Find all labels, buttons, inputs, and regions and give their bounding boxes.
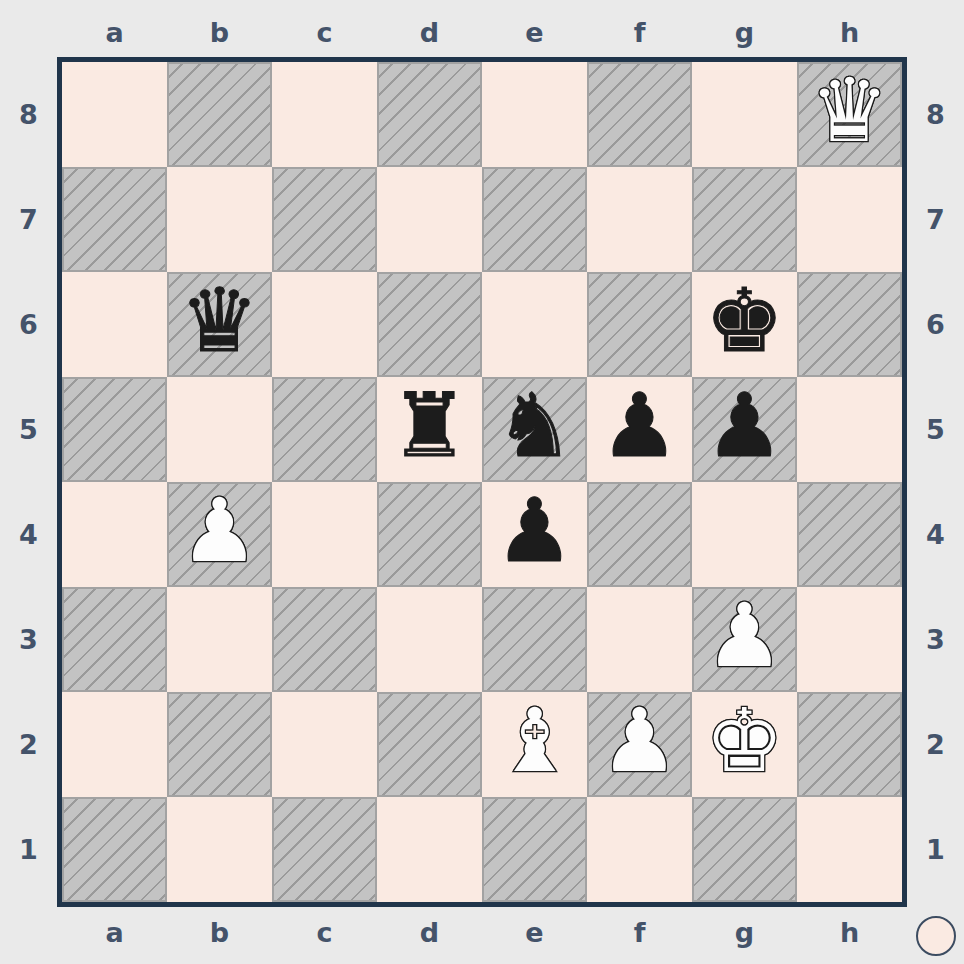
square-b6[interactable]: ♛ xyxy=(167,272,272,377)
square-a3[interactable] xyxy=(62,587,167,692)
file-label-c: c xyxy=(272,12,377,52)
square-e2[interactable]: ♝ xyxy=(482,692,587,797)
square-d8[interactable] xyxy=(377,62,482,167)
rank-label-4: 4 xyxy=(0,482,57,587)
square-a4[interactable] xyxy=(62,482,167,587)
rank-label-8: 8 xyxy=(907,62,964,167)
file-label-e: e xyxy=(482,912,587,952)
square-f6[interactable] xyxy=(587,272,692,377)
file-label-c: c xyxy=(272,912,377,952)
square-h5[interactable] xyxy=(797,377,902,482)
square-e3[interactable] xyxy=(482,587,587,692)
square-d3[interactable] xyxy=(377,587,482,692)
side-to-move-indicator xyxy=(916,916,956,956)
square-d2[interactable] xyxy=(377,692,482,797)
square-f5[interactable]: ♟ xyxy=(587,377,692,482)
file-label-b: b xyxy=(167,12,272,52)
square-g8[interactable] xyxy=(692,62,797,167)
square-b8[interactable] xyxy=(167,62,272,167)
square-h7[interactable] xyxy=(797,167,902,272)
file-label-f: f xyxy=(587,912,692,952)
square-g3[interactable]: ♟ xyxy=(692,587,797,692)
file-label-h: h xyxy=(797,912,902,952)
square-b2[interactable] xyxy=(167,692,272,797)
square-b1[interactable] xyxy=(167,797,272,902)
black-queen-b6[interactable]: ♛ xyxy=(180,277,259,365)
rank-label-6: 6 xyxy=(0,272,57,377)
rank-labels-right: 87654321 xyxy=(907,62,964,902)
rank-label-5: 5 xyxy=(907,377,964,482)
rank-label-1: 1 xyxy=(0,797,57,902)
square-h2[interactable] xyxy=(797,692,902,797)
file-label-e: e xyxy=(482,12,587,52)
square-e8[interactable] xyxy=(482,62,587,167)
square-e6[interactable] xyxy=(482,272,587,377)
square-h6[interactable] xyxy=(797,272,902,377)
square-a8[interactable] xyxy=(62,62,167,167)
square-g1[interactable] xyxy=(692,797,797,902)
chess-diagram-page: abcdefgh 87654321 87654321 abcdefgh ♛♛♚♜… xyxy=(0,0,964,964)
white-king-g2[interactable]: ♚ xyxy=(705,697,784,785)
white-queen-h8[interactable]: ♛ xyxy=(810,67,889,155)
square-h4[interactable] xyxy=(797,482,902,587)
white-bishop-e2[interactable]: ♝ xyxy=(495,697,574,785)
square-a2[interactable] xyxy=(62,692,167,797)
rank-label-7: 7 xyxy=(907,167,964,272)
rank-label-6: 6 xyxy=(907,272,964,377)
square-a1[interactable] xyxy=(62,797,167,902)
file-labels-bottom: abcdefgh xyxy=(62,912,902,952)
file-label-g: g xyxy=(692,12,797,52)
rank-label-5: 5 xyxy=(0,377,57,482)
square-g2[interactable]: ♚ xyxy=(692,692,797,797)
square-b4[interactable]: ♟ xyxy=(167,482,272,587)
square-g7[interactable] xyxy=(692,167,797,272)
square-g5[interactable]: ♟ xyxy=(692,377,797,482)
square-g6[interactable]: ♚ xyxy=(692,272,797,377)
black-rook-d5[interactable]: ♜ xyxy=(390,382,469,470)
square-g4[interactable] xyxy=(692,482,797,587)
square-a5[interactable] xyxy=(62,377,167,482)
white-pawn-g3[interactable]: ♟ xyxy=(705,592,784,680)
rank-label-3: 3 xyxy=(0,587,57,692)
square-f8[interactable] xyxy=(587,62,692,167)
black-pawn-g5[interactable]: ♟ xyxy=(705,382,784,470)
square-b3[interactable] xyxy=(167,587,272,692)
chess-board: ♛♛♚♜♞♟♟♟♟♟♝♟♚ xyxy=(57,57,907,907)
square-e1[interactable] xyxy=(482,797,587,902)
square-d6[interactable] xyxy=(377,272,482,377)
square-d1[interactable] xyxy=(377,797,482,902)
square-d5[interactable]: ♜ xyxy=(377,377,482,482)
file-label-g: g xyxy=(692,912,797,952)
square-f3[interactable] xyxy=(587,587,692,692)
square-e4[interactable]: ♟ xyxy=(482,482,587,587)
rank-label-8: 8 xyxy=(0,62,57,167)
square-b7[interactable] xyxy=(167,167,272,272)
square-c5[interactable] xyxy=(272,377,377,482)
rank-labels-left: 87654321 xyxy=(0,62,57,902)
black-pawn-e4[interactable]: ♟ xyxy=(495,487,574,575)
square-b5[interactable] xyxy=(167,377,272,482)
square-f7[interactable] xyxy=(587,167,692,272)
black-pawn-f5[interactable]: ♟ xyxy=(600,382,679,470)
square-d4[interactable] xyxy=(377,482,482,587)
square-c8[interactable] xyxy=(272,62,377,167)
file-label-f: f xyxy=(587,12,692,52)
file-label-d: d xyxy=(377,12,482,52)
rank-label-7: 7 xyxy=(0,167,57,272)
square-c2[interactable] xyxy=(272,692,377,797)
rank-label-3: 3 xyxy=(907,587,964,692)
square-a7[interactable] xyxy=(62,167,167,272)
rank-label-1: 1 xyxy=(907,797,964,902)
file-label-d: d xyxy=(377,912,482,952)
square-h1[interactable] xyxy=(797,797,902,902)
white-pawn-b4[interactable]: ♟ xyxy=(180,487,259,575)
square-c4[interactable] xyxy=(272,482,377,587)
square-a6[interactable] xyxy=(62,272,167,377)
square-e7[interactable] xyxy=(482,167,587,272)
rank-label-2: 2 xyxy=(0,692,57,797)
file-label-b: b xyxy=(167,912,272,952)
square-h3[interactable] xyxy=(797,587,902,692)
square-d7[interactable] xyxy=(377,167,482,272)
square-e5[interactable]: ♞ xyxy=(482,377,587,482)
rank-label-2: 2 xyxy=(907,692,964,797)
square-h8[interactable]: ♛ xyxy=(797,62,902,167)
square-c1[interactable] xyxy=(272,797,377,902)
square-c7[interactable] xyxy=(272,167,377,272)
file-labels-top: abcdefgh xyxy=(62,12,902,52)
square-f1[interactable] xyxy=(587,797,692,902)
file-label-a: a xyxy=(62,12,167,52)
white-pawn-f2[interactable]: ♟ xyxy=(600,697,679,785)
square-c3[interactable] xyxy=(272,587,377,692)
black-knight-e5[interactable]: ♞ xyxy=(495,382,574,470)
black-king-g6[interactable]: ♚ xyxy=(705,277,784,365)
square-c6[interactable] xyxy=(272,272,377,377)
file-label-a: a xyxy=(62,912,167,952)
square-f2[interactable]: ♟ xyxy=(587,692,692,797)
rank-label-4: 4 xyxy=(907,482,964,587)
file-label-h: h xyxy=(797,12,902,52)
square-f4[interactable] xyxy=(587,482,692,587)
